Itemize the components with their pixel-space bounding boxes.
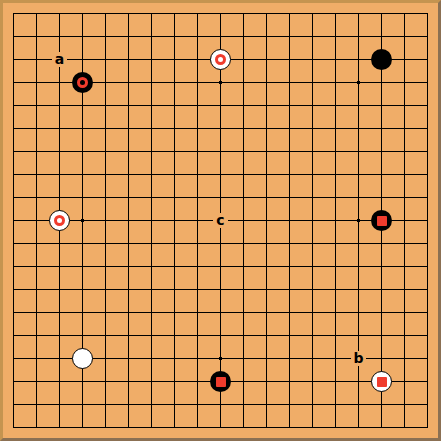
star-point <box>219 357 222 360</box>
star-point <box>219 81 222 84</box>
square-marker <box>377 216 387 226</box>
stone-white-D4[interactable] <box>72 348 93 369</box>
stone-black-R10[interactable] <box>371 210 392 231</box>
circle-marker <box>77 77 88 88</box>
go-board[interactable]: abc <box>0 0 441 441</box>
point-label-c[interactable]: c <box>213 213 228 228</box>
star-point <box>357 81 360 84</box>
stone-white-C10[interactable] <box>49 210 70 231</box>
point-label-b[interactable]: b <box>351 351 366 366</box>
point-label-a[interactable]: a <box>52 52 67 67</box>
stone-black-D16[interactable] <box>72 72 93 93</box>
star-point <box>357 219 360 222</box>
circle-marker <box>54 215 65 226</box>
square-marker <box>377 377 387 387</box>
circle-marker <box>215 54 226 65</box>
stone-black-K3[interactable] <box>210 371 231 392</box>
stone-white-R3[interactable] <box>371 371 392 392</box>
square-marker <box>216 377 226 387</box>
stone-white-K17[interactable] <box>210 49 231 70</box>
star-point <box>81 219 84 222</box>
stone-black-R17[interactable] <box>371 49 392 70</box>
